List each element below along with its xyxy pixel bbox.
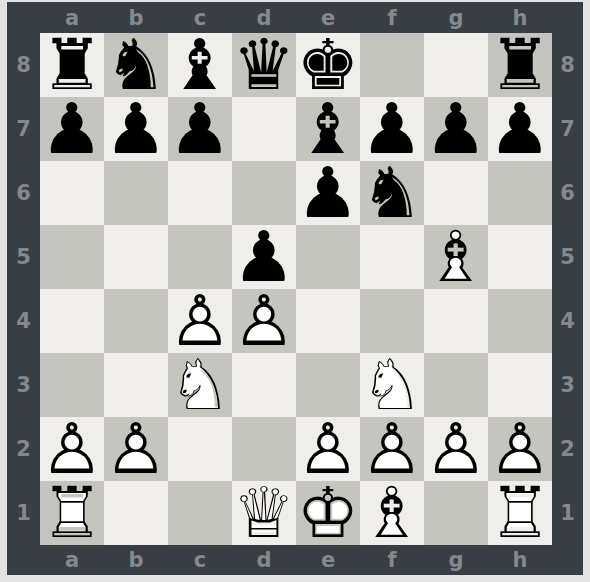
square-h6[interactable] — [488, 161, 552, 225]
square-e1[interactable]: ♚♔ — [296, 481, 360, 545]
file-label-bottom-g: g — [424, 545, 488, 575]
square-e4[interactable] — [296, 289, 360, 353]
square-a5[interactable] — [40, 225, 104, 289]
square-c3[interactable]: ♞♘ — [168, 353, 232, 417]
piece-glyph: ♟ — [104, 97, 168, 161]
square-e5[interactable] — [296, 225, 360, 289]
square-d4[interactable]: ♟♙ — [232, 289, 296, 353]
square-c2[interactable] — [168, 417, 232, 481]
piece-black-queen: ♛ — [232, 33, 296, 97]
piece-white-knight: ♞♘ — [168, 353, 232, 417]
rank-label-right-1: 1 — [552, 481, 583, 545]
square-b2[interactable]: ♟♙ — [104, 417, 168, 481]
piece-white-bishop: ♝♗ — [424, 225, 488, 289]
square-f5[interactable] — [360, 225, 424, 289]
square-b6[interactable] — [104, 161, 168, 225]
square-g7[interactable]: ♟ — [424, 97, 488, 161]
square-a4[interactable] — [40, 289, 104, 353]
file-label-top-g: g — [424, 2, 488, 33]
square-d8[interactable]: ♛ — [232, 33, 296, 97]
square-h5[interactable] — [488, 225, 552, 289]
piece-white-bishop: ♝♗ — [360, 481, 424, 545]
rank-label-right-5: 5 — [552, 225, 583, 289]
rank-label-right-6: 6 — [552, 161, 583, 225]
piece-black-pawn: ♟ — [40, 97, 104, 161]
square-h1[interactable]: ♜♖ — [488, 481, 552, 545]
piece-glyph: ♟ — [296, 161, 360, 225]
square-a6[interactable] — [40, 161, 104, 225]
piece-white-rook: ♜♖ — [40, 481, 104, 545]
square-d3[interactable] — [232, 353, 296, 417]
square-a7[interactable]: ♟ — [40, 97, 104, 161]
rank-label-right-4: 4 — [552, 289, 583, 353]
rank-label-right-3: 3 — [552, 353, 583, 417]
square-b5[interactable] — [104, 225, 168, 289]
square-b1[interactable] — [104, 481, 168, 545]
frame-corner — [7, 545, 40, 575]
square-f1[interactable]: ♝♗ — [360, 481, 424, 545]
piece-glyph-outline: ♕ — [232, 481, 296, 545]
piece-glyph: ♟ — [488, 97, 552, 161]
piece-glyph: ♟ — [168, 97, 232, 161]
square-b7[interactable]: ♟ — [104, 97, 168, 161]
piece-black-pawn: ♟ — [424, 97, 488, 161]
square-b4[interactable] — [104, 289, 168, 353]
piece-glyph-outline: ♔ — [296, 481, 360, 545]
piece-glyph: ♟ — [424, 97, 488, 161]
square-c1[interactable] — [168, 481, 232, 545]
square-g2[interactable]: ♟♙ — [424, 417, 488, 481]
board-frame: abcdefgh8♜♞♝♛♚♜87♟♟♟♝♟♟♟76♟♞65♟♝♗54♟♙♟♙4… — [7, 2, 583, 575]
piece-glyph-outline: ♘ — [168, 353, 232, 417]
rank-label-left-3: 3 — [7, 353, 40, 417]
square-g4[interactable] — [424, 289, 488, 353]
piece-black-pawn: ♟ — [296, 161, 360, 225]
piece-black-knight: ♞ — [360, 161, 424, 225]
square-a1[interactable]: ♜♖ — [40, 481, 104, 545]
square-g1[interactable] — [424, 481, 488, 545]
rank-label-left-1: 1 — [7, 481, 40, 545]
piece-glyph-outline: ♖ — [488, 481, 552, 545]
piece-black-pawn: ♟ — [488, 97, 552, 161]
file-label-bottom-b: b — [104, 545, 168, 575]
piece-glyph-outline: ♗ — [424, 225, 488, 289]
rank-label-left-4: 4 — [7, 289, 40, 353]
rank-label-left-8: 8 — [7, 33, 40, 97]
file-label-top-f: f — [360, 2, 424, 33]
piece-glyph: ♞ — [360, 161, 424, 225]
rank-label-right-8: 8 — [552, 33, 583, 97]
frame-corner — [552, 2, 583, 33]
square-f6[interactable]: ♞ — [360, 161, 424, 225]
piece-white-pawn: ♟♙ — [232, 289, 296, 353]
piece-white-queen: ♛♕ — [232, 481, 296, 545]
square-d7[interactable] — [232, 97, 296, 161]
piece-glyph-outline: ♖ — [40, 481, 104, 545]
frame-corner — [552, 545, 583, 575]
rank-label-left-5: 5 — [7, 225, 40, 289]
piece-black-pawn: ♟ — [104, 97, 168, 161]
square-d1[interactable]: ♛♕ — [232, 481, 296, 545]
square-c6[interactable] — [168, 161, 232, 225]
piece-white-king: ♚♔ — [296, 481, 360, 545]
piece-white-rook: ♜♖ — [488, 481, 552, 545]
square-h7[interactable]: ♟ — [488, 97, 552, 161]
piece-black-pawn: ♟ — [168, 97, 232, 161]
piece-glyph-outline: ♙ — [424, 417, 488, 481]
rank-label-left-7: 7 — [7, 97, 40, 161]
square-e6[interactable]: ♟ — [296, 161, 360, 225]
rank-label-left-6: 6 — [7, 161, 40, 225]
piece-glyph: ♟ — [40, 97, 104, 161]
square-c7[interactable]: ♟ — [168, 97, 232, 161]
piece-glyph-outline: ♙ — [232, 289, 296, 353]
rank-label-left-2: 2 — [7, 417, 40, 481]
square-h4[interactable] — [488, 289, 552, 353]
rank-label-right-2: 2 — [552, 417, 583, 481]
piece-glyph-outline: ♙ — [104, 417, 168, 481]
piece-glyph-outline: ♗ — [360, 481, 424, 545]
file-label-bottom-c: c — [168, 545, 232, 575]
square-g5[interactable]: ♝♗ — [424, 225, 488, 289]
piece-white-pawn: ♟♙ — [424, 417, 488, 481]
piece-white-pawn: ♟♙ — [104, 417, 168, 481]
frame-corner — [7, 2, 40, 33]
piece-glyph: ♛ — [232, 33, 296, 97]
rank-label-right-7: 7 — [552, 97, 583, 161]
